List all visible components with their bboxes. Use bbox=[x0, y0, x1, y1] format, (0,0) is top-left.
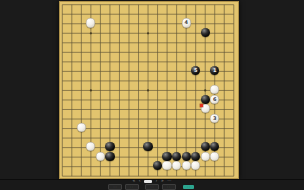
move-position-chip[interactable] bbox=[144, 180, 152, 183]
white-stone bbox=[96, 152, 105, 161]
white-stone bbox=[201, 152, 210, 161]
black-stone bbox=[105, 142, 114, 151]
white-stone: 3 bbox=[210, 114, 219, 123]
move-number-label: 6 bbox=[210, 95, 219, 104]
black-stone bbox=[105, 152, 114, 161]
black-stone bbox=[162, 152, 171, 161]
white-stone bbox=[86, 18, 95, 27]
black-stone bbox=[201, 95, 210, 104]
white-stone: 6 bbox=[210, 95, 219, 104]
toolbar-buttons: · ·· ·· ·· ·· · bbox=[108, 185, 194, 190]
toolbar-button-1[interactable]: · · bbox=[108, 184, 122, 190]
fast-backward-icon[interactable]: « bbox=[133, 179, 136, 184]
white-stone: 4 bbox=[182, 18, 191, 27]
move-number-label: 4 bbox=[182, 18, 191, 27]
step-backward-icon[interactable]: ‹ bbox=[139, 179, 141, 184]
black-stone bbox=[201, 28, 210, 37]
step-forward-icon[interactable]: › bbox=[156, 179, 158, 184]
move-navigation: « ‹ › » ··· bbox=[108, 179, 196, 184]
last-move-marker bbox=[200, 104, 203, 107]
more-icon[interactable]: ··· bbox=[167, 179, 171, 184]
toolbar-button-4[interactable]: · · bbox=[162, 184, 176, 190]
white-stone bbox=[201, 104, 210, 113]
black-stone bbox=[182, 152, 191, 161]
black-stone bbox=[143, 142, 152, 151]
fast-forward-icon[interactable]: » bbox=[161, 179, 164, 184]
go-board[interactable]: 45163 bbox=[59, 1, 239, 179]
primary-action-button[interactable]: · · bbox=[183, 185, 194, 190]
black-stone bbox=[172, 152, 181, 161]
move-number-label: 3 bbox=[210, 114, 219, 123]
app-screen: 45163 « ‹ › » ··· · ·· ·· ·· ·· · bbox=[0, 0, 304, 190]
toolbar-button-2[interactable]: · · bbox=[125, 184, 139, 190]
toolbar-button-3[interactable]: · · bbox=[145, 184, 159, 190]
